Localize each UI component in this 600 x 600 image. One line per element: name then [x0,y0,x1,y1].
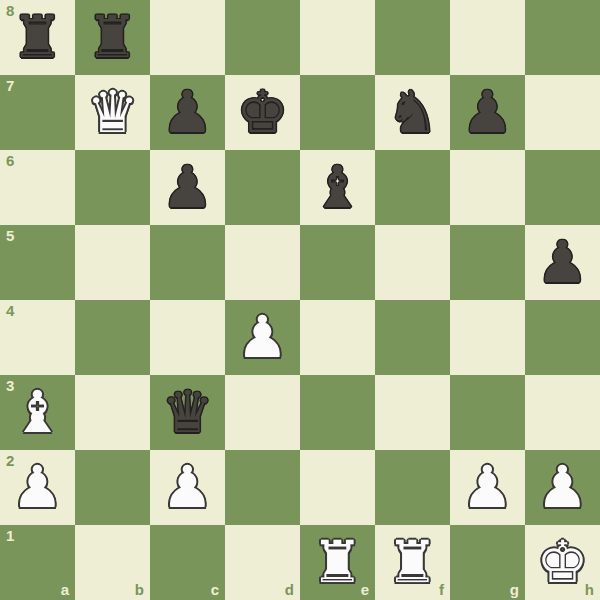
file-label: f [439,582,444,597]
square-c5[interactable] [150,225,225,300]
square-b6[interactable] [75,150,150,225]
piece-white-rook-icon[interactable]: ♜ [387,525,439,600]
square-d1[interactable]: d [225,525,300,600]
piece-white-pawn-icon[interactable]: ♟ [237,300,289,375]
rank-label: 4 [6,303,14,318]
square-h3[interactable] [525,375,600,450]
square-b2[interactable] [75,450,150,525]
square-d6[interactable] [225,150,300,225]
square-e2[interactable] [300,450,375,525]
piece-white-pawn-icon[interactable]: ♟ [162,450,214,525]
piece-white-pawn-icon[interactable]: ♟ [462,450,514,525]
square-a4[interactable]: 4 [0,300,75,375]
square-e4[interactable] [300,300,375,375]
rank-label: 8 [6,3,14,18]
square-f7[interactable]: ♞ [375,75,450,150]
square-h8[interactable] [525,0,600,75]
file-label: g [510,582,519,597]
square-b3[interactable] [75,375,150,450]
square-f3[interactable] [375,375,450,450]
square-a1[interactable]: 1a [0,525,75,600]
square-g7[interactable]: ♟ [450,75,525,150]
square-b8[interactable]: ♜ [75,0,150,75]
square-f4[interactable] [375,300,450,375]
square-e7[interactable] [300,75,375,150]
piece-black-knight-icon[interactable]: ♞ [387,75,439,150]
piece-black-rook-icon[interactable]: ♜ [12,0,64,75]
square-f1[interactable]: f♜ [375,525,450,600]
rank-label: 5 [6,228,14,243]
square-h4[interactable] [525,300,600,375]
square-b4[interactable] [75,300,150,375]
square-b1[interactable]: b [75,525,150,600]
square-d8[interactable] [225,0,300,75]
square-g1[interactable]: g [450,525,525,600]
rank-label: 3 [6,378,14,393]
square-e3[interactable] [300,375,375,450]
piece-white-pawn-icon[interactable]: ♟ [537,450,589,525]
piece-black-pawn-icon[interactable]: ♟ [462,75,514,150]
piece-black-rook-icon[interactable]: ♜ [87,0,139,75]
square-h1[interactable]: h♚ [525,525,600,600]
square-h6[interactable] [525,150,600,225]
square-a2[interactable]: 2♟ [0,450,75,525]
square-h5[interactable]: ♟ [525,225,600,300]
square-g6[interactable] [450,150,525,225]
file-label: b [135,582,144,597]
square-d7[interactable]: ♚ [225,75,300,150]
square-b5[interactable] [75,225,150,300]
square-a3[interactable]: 3♝ [0,375,75,450]
square-c4[interactable] [150,300,225,375]
piece-white-queen-icon[interactable]: ♛ [87,75,139,150]
square-e5[interactable] [300,225,375,300]
file-label: c [211,582,219,597]
square-h2[interactable]: ♟ [525,450,600,525]
rank-label: 6 [6,153,14,168]
square-g2[interactable]: ♟ [450,450,525,525]
file-label: h [585,582,594,597]
square-e6[interactable]: ♝ [300,150,375,225]
square-e1[interactable]: e♜ [300,525,375,600]
square-f8[interactable] [375,0,450,75]
square-h7[interactable] [525,75,600,150]
square-c1[interactable]: c [150,525,225,600]
piece-black-pawn-icon[interactable]: ♟ [537,225,589,300]
square-d2[interactable] [225,450,300,525]
rank-label: 2 [6,453,14,468]
square-g8[interactable] [450,0,525,75]
piece-black-bishop-icon[interactable]: ♝ [312,150,364,225]
square-g4[interactable] [450,300,525,375]
square-g5[interactable] [450,225,525,300]
square-f5[interactable] [375,225,450,300]
piece-white-king-icon[interactable]: ♚ [537,525,589,600]
square-a8[interactable]: 8♜ [0,0,75,75]
piece-white-pawn-icon[interactable]: ♟ [12,450,64,525]
chess-board: 8♜♜7♛♟♚♞♟6♟♝5♟4♟3♝♛2♟♟♟♟1abcde♜f♜gh♚ [0,0,600,600]
square-c8[interactable] [150,0,225,75]
square-a6[interactable]: 6 [0,150,75,225]
file-label: d [285,582,294,597]
piece-black-queen-icon[interactable]: ♛ [162,375,214,450]
square-b7[interactable]: ♛ [75,75,150,150]
square-c6[interactable]: ♟ [150,150,225,225]
square-d3[interactable] [225,375,300,450]
square-d5[interactable] [225,225,300,300]
square-g3[interactable] [450,375,525,450]
piece-black-king-icon[interactable]: ♚ [237,75,289,150]
square-e8[interactable] [300,0,375,75]
square-d4[interactable]: ♟ [225,300,300,375]
file-label: a [61,582,69,597]
rank-label: 1 [6,528,14,543]
square-c2[interactable]: ♟ [150,450,225,525]
piece-white-bishop-icon[interactable]: ♝ [12,375,64,450]
rank-label: 7 [6,78,14,93]
square-c7[interactable]: ♟ [150,75,225,150]
square-f2[interactable] [375,450,450,525]
piece-white-rook-icon[interactable]: ♜ [312,525,364,600]
square-f6[interactable] [375,150,450,225]
piece-black-pawn-icon[interactable]: ♟ [162,150,214,225]
square-a5[interactable]: 5 [0,225,75,300]
piece-black-pawn-icon[interactable]: ♟ [162,75,214,150]
square-a7[interactable]: 7 [0,75,75,150]
square-c3[interactable]: ♛ [150,375,225,450]
file-label: e [361,582,369,597]
